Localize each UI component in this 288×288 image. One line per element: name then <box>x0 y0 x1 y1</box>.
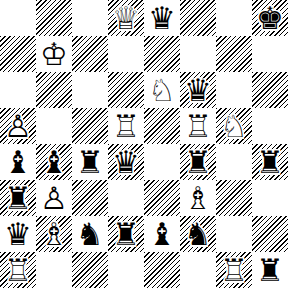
white-pawn-piece: ♟♙ <box>36 180 72 216</box>
square-g8[interactable] <box>216 0 252 36</box>
square-f2[interactable]: ♞♞ <box>180 216 216 252</box>
square-b7[interactable]: ♚♔ <box>36 36 72 72</box>
square-f7[interactable] <box>180 36 216 72</box>
white-bishop-piece: ♝♗ <box>36 216 72 252</box>
square-e6[interactable]: ♞♘ <box>144 72 180 108</box>
piece-glyph: ♖ <box>0 252 36 288</box>
piece-glyph: ♗ <box>36 216 72 252</box>
square-b3[interactable]: ♟♙ <box>36 180 72 216</box>
square-b8[interactable] <box>36 0 72 36</box>
square-h3[interactable] <box>252 180 288 216</box>
square-b4[interactable]: ♝♝ <box>36 144 72 180</box>
piece-glyph: ♖ <box>180 108 216 144</box>
square-g4[interactable] <box>216 144 252 180</box>
square-f8[interactable] <box>180 0 216 36</box>
square-d5[interactable]: ♜♖ <box>108 108 144 144</box>
square-e5[interactable] <box>144 108 180 144</box>
piece-glyph: ♝ <box>36 144 72 180</box>
piece-glyph: ♙ <box>36 180 72 216</box>
piece-glyph: ♙ <box>0 108 36 144</box>
chess-board: ♛♕♛♛♚♚♚♔♞♘♛♛♟♙♜♖♜♖♞♘♝♝♝♝♜♜♛♛♜♜♜♜♜♜♟♙♝♗♛♛… <box>0 0 288 288</box>
square-d8[interactable]: ♛♕ <box>108 0 144 36</box>
piece-glyph: ♛ <box>0 216 36 252</box>
square-f3[interactable]: ♝♗ <box>180 180 216 216</box>
square-h1[interactable]: ♜♜ <box>252 252 288 288</box>
piece-glyph: ♘ <box>216 108 252 144</box>
square-a2[interactable]: ♛♛ <box>0 216 36 252</box>
square-b1[interactable] <box>36 252 72 288</box>
black-king-piece: ♚♚ <box>252 0 288 36</box>
square-c8[interactable] <box>72 0 108 36</box>
white-rook-piece: ♜♖ <box>180 108 216 144</box>
black-rook-piece: ♜♜ <box>108 216 144 252</box>
black-queen-piece: ♛♛ <box>108 144 144 180</box>
piece-glyph: ♜ <box>252 144 288 180</box>
piece-glyph: ♔ <box>36 36 72 72</box>
square-h8[interactable]: ♚♚ <box>252 0 288 36</box>
square-e3[interactable] <box>144 180 180 216</box>
black-knight-piece: ♞♞ <box>72 216 108 252</box>
square-f5[interactable]: ♜♖ <box>180 108 216 144</box>
white-rook-piece: ♜♖ <box>0 252 36 288</box>
square-e4[interactable] <box>144 144 180 180</box>
square-d3[interactable] <box>108 180 144 216</box>
square-f1[interactable] <box>180 252 216 288</box>
square-d6[interactable] <box>108 72 144 108</box>
white-rook-piece: ♜♖ <box>216 252 252 288</box>
square-d2[interactable]: ♜♜ <box>108 216 144 252</box>
white-pawn-piece: ♟♙ <box>0 108 36 144</box>
square-d4[interactable]: ♛♛ <box>108 144 144 180</box>
square-e8[interactable]: ♛♛ <box>144 0 180 36</box>
square-a5[interactable]: ♟♙ <box>0 108 36 144</box>
square-c2[interactable]: ♞♞ <box>72 216 108 252</box>
square-g7[interactable] <box>216 36 252 72</box>
square-b2[interactable]: ♝♗ <box>36 216 72 252</box>
piece-glyph: ♜ <box>108 216 144 252</box>
black-bishop-piece: ♝♝ <box>144 216 180 252</box>
square-h5[interactable] <box>252 108 288 144</box>
piece-glyph: ♛ <box>180 72 216 108</box>
piece-glyph: ♜ <box>252 252 288 288</box>
piece-glyph: ♜ <box>0 180 36 216</box>
black-rook-piece: ♜♜ <box>252 252 288 288</box>
square-a6[interactable] <box>0 72 36 108</box>
square-g6[interactable] <box>216 72 252 108</box>
black-rook-piece: ♜♜ <box>0 180 36 216</box>
piece-glyph: ♞ <box>180 216 216 252</box>
square-h4[interactable]: ♜♜ <box>252 144 288 180</box>
piece-glyph: ♜ <box>180 144 216 180</box>
square-h2[interactable] <box>252 216 288 252</box>
square-g3[interactable] <box>216 180 252 216</box>
square-a4[interactable]: ♝♝ <box>0 144 36 180</box>
square-g5[interactable]: ♞♘ <box>216 108 252 144</box>
white-king-piece: ♚♔ <box>36 36 72 72</box>
square-h7[interactable] <box>252 36 288 72</box>
square-a3[interactable]: ♜♜ <box>0 180 36 216</box>
square-f6[interactable]: ♛♛ <box>180 72 216 108</box>
piece-glyph: ♛ <box>108 144 144 180</box>
black-queen-piece: ♛♛ <box>180 72 216 108</box>
piece-glyph: ♞ <box>72 216 108 252</box>
white-knight-piece: ♞♘ <box>216 108 252 144</box>
black-rook-piece: ♜♜ <box>180 144 216 180</box>
piece-glyph: ♛ <box>144 0 180 36</box>
white-bishop-piece: ♝♗ <box>180 180 216 216</box>
piece-glyph: ♕ <box>108 0 144 36</box>
black-bishop-piece: ♝♝ <box>0 144 36 180</box>
black-rook-piece: ♜♜ <box>72 144 108 180</box>
piece-glyph: ♘ <box>144 72 180 108</box>
square-b6[interactable] <box>36 72 72 108</box>
square-c3[interactable] <box>72 180 108 216</box>
piece-glyph: ♚ <box>252 0 288 36</box>
square-c7[interactable] <box>72 36 108 72</box>
white-rook-piece: ♜♖ <box>108 108 144 144</box>
black-knight-piece: ♞♞ <box>180 216 216 252</box>
piece-glyph: ♝ <box>0 144 36 180</box>
square-d7[interactable] <box>108 36 144 72</box>
square-c1[interactable] <box>72 252 108 288</box>
square-e7[interactable] <box>144 36 180 72</box>
square-g1[interactable]: ♜♖ <box>216 252 252 288</box>
square-a1[interactable]: ♜♖ <box>0 252 36 288</box>
square-c6[interactable] <box>72 72 108 108</box>
black-rook-piece: ♜♜ <box>252 144 288 180</box>
black-bishop-piece: ♝♝ <box>36 144 72 180</box>
white-queen-piece: ♛♕ <box>108 0 144 36</box>
square-e1[interactable] <box>144 252 180 288</box>
piece-glyph: ♜ <box>72 144 108 180</box>
black-queen-piece: ♛♛ <box>144 0 180 36</box>
square-f4[interactable]: ♜♜ <box>180 144 216 180</box>
square-h6[interactable] <box>252 72 288 108</box>
piece-glyph: ♗ <box>180 180 216 216</box>
square-e2[interactable]: ♝♝ <box>144 216 180 252</box>
piece-glyph: ♝ <box>144 216 180 252</box>
white-knight-piece: ♞♘ <box>144 72 180 108</box>
square-a8[interactable] <box>0 0 36 36</box>
black-queen-piece: ♛♛ <box>0 216 36 252</box>
piece-glyph: ♖ <box>108 108 144 144</box>
square-a7[interactable] <box>0 36 36 72</box>
square-c5[interactable] <box>72 108 108 144</box>
square-c4[interactable]: ♜♜ <box>72 144 108 180</box>
square-b5[interactable] <box>36 108 72 144</box>
square-g2[interactable] <box>216 216 252 252</box>
piece-glyph: ♖ <box>216 252 252 288</box>
square-d1[interactable] <box>108 252 144 288</box>
